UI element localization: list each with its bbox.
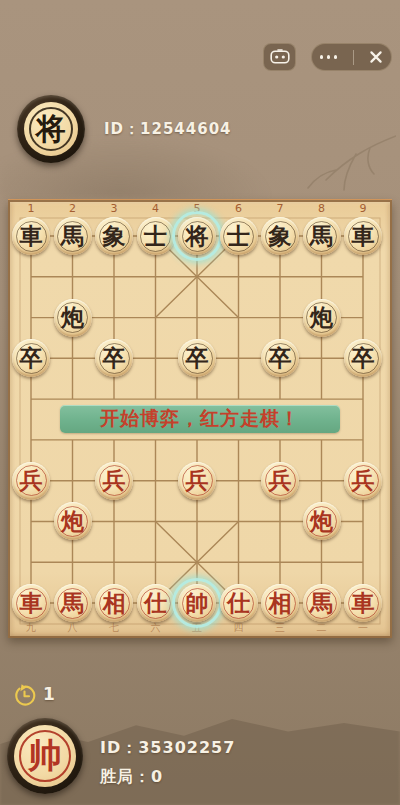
undo-timer-button[interactable] [12,683,37,708]
piece-red-帥[interactable]: 帥 [178,584,216,622]
piece-red-兵[interactable]: 兵 [95,462,133,500]
ellipsis-icon [320,55,324,59]
piece-character: 炮 [61,306,84,329]
player-wins: 胜局：0 [100,767,163,788]
piece-black-馬[interactable]: 馬 [54,217,92,255]
window-controls [311,43,392,71]
gamepad-icon [270,49,290,65]
status-banner: 开始博弈，红方走棋！ [60,405,340,433]
piece-black-将[interactable]: 将 [178,217,216,255]
piece-character: 相 [269,592,292,615]
opponent-avatar[interactable]: 将 [17,95,85,163]
piece-character: 炮 [61,510,84,533]
piece-character: 車 [352,592,375,615]
player-avatar[interactable]: 帅 [7,718,83,794]
column-label-1: 1 [28,202,35,215]
piece-black-馬[interactable]: 馬 [303,217,341,255]
piece-character: 卒 [186,347,209,370]
column-label-bottom: 八 [68,621,78,635]
piece-character: 馬 [61,225,84,248]
piece-character: 車 [20,225,43,248]
column-label-8: 8 [318,202,325,215]
history-clock-icon [16,684,34,704]
piece-character: 士 [227,225,250,248]
ellipsis-icon [327,55,331,59]
piece-red-炮[interactable]: 炮 [303,502,341,540]
column-label-3: 3 [111,202,118,215]
piece-character: 炮 [310,510,333,533]
piece-black-士[interactable]: 士 [220,217,258,255]
player-avatar-piece: 帅 [14,725,76,787]
piece-character: 炮 [310,306,333,329]
player-avatar-character: 帅 [28,733,62,779]
piece-character: 車 [20,592,43,615]
piece-character: 象 [103,225,126,248]
piece-character: 仕 [227,592,250,615]
piece-black-象[interactable]: 象 [95,217,133,255]
column-label-bottom: 一 [358,621,368,635]
piece-black-車[interactable]: 車 [344,217,382,255]
column-label-7: 7 [277,202,284,215]
column-label-bottom: 二 [317,621,327,635]
opponent-id: ID：12544604 [104,120,232,139]
piece-red-兵[interactable]: 兵 [344,462,382,500]
piece-red-馬[interactable]: 馬 [54,584,92,622]
piece-character: 馬 [310,225,333,248]
game-center-button[interactable] [263,43,296,71]
piece-red-兵[interactable]: 兵 [12,462,50,500]
piece-character: 兵 [20,469,43,492]
piece-character: 馬 [61,592,84,615]
piece-character: 象 [269,225,292,248]
piece-character: 兵 [352,469,375,492]
ellipsis-icon [334,55,338,59]
status-banner-text: 开始博弈，红方走棋！ [100,406,300,432]
piece-red-相[interactable]: 相 [261,584,299,622]
column-label-6: 6 [235,202,242,215]
piece-red-車[interactable]: 車 [12,584,50,622]
piece-character: 卒 [20,347,43,370]
piece-red-相[interactable]: 相 [95,584,133,622]
piece-red-兵[interactable]: 兵 [261,462,299,500]
piece-character: 兵 [103,469,126,492]
divider [353,50,354,65]
column-label-bottom: 三 [275,621,285,635]
piece-red-馬[interactable]: 馬 [303,584,341,622]
branch-decoration [278,128,396,196]
opponent-avatar-piece: 将 [24,102,78,156]
piece-red-仕[interactable]: 仕 [220,584,258,622]
piece-character: 卒 [103,347,126,370]
piece-red-炮[interactable]: 炮 [54,502,92,540]
piece-character: 卒 [352,347,375,370]
piece-black-士[interactable]: 士 [137,217,175,255]
column-label-9: 9 [360,202,367,215]
piece-black-車[interactable]: 車 [12,217,50,255]
undo-count: 1 [43,684,55,704]
piece-black-象[interactable]: 象 [261,217,299,255]
piece-character: 兵 [269,469,292,492]
column-label-bottom: 六 [151,621,161,635]
piece-red-兵[interactable]: 兵 [178,462,216,500]
piece-black-炮[interactable]: 炮 [54,299,92,337]
column-label-bottom: 四 [234,621,244,635]
column-label-2: 2 [69,202,76,215]
piece-character: 仕 [144,592,167,615]
column-label-bottom: 九 [26,621,36,635]
piece-character: 帥 [186,592,209,615]
piece-character: 相 [103,592,126,615]
close-button[interactable] [369,50,383,64]
player-id: ID：35302257 [100,738,235,759]
piece-character: 将 [186,225,209,248]
piece-black-炮[interactable]: 炮 [303,299,341,337]
piece-character: 車 [352,225,375,248]
game-screen: 将 ID：12544604 123456789 九八七六五四三二一 [0,0,400,805]
piece-character: 卒 [269,347,292,370]
close-icon [372,52,381,61]
piece-character: 士 [144,225,167,248]
piece-character: 兵 [186,469,209,492]
column-label-bottom: 七 [109,621,119,635]
column-label-4: 4 [152,202,159,215]
piece-character: 馬 [310,592,333,615]
piece-red-車[interactable]: 車 [344,584,382,622]
piece-red-仕[interactable]: 仕 [137,584,175,622]
opponent-avatar-character: 将 [36,109,66,150]
more-options-button[interactable] [320,55,338,59]
